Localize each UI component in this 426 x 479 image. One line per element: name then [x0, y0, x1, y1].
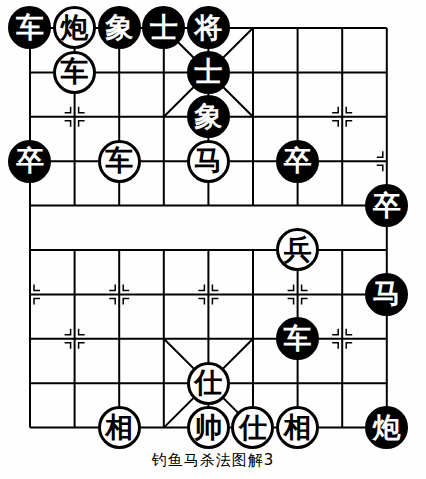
xiangqi-board: 车炮象士将车士象卒车马卒卒兵马车仕相帅仕相炮 钓鱼马杀法图解3 — [0, 0, 426, 479]
piece-white-elephant[interactable]: 相 — [98, 406, 141, 449]
piece-white-cannon[interactable]: 炮 — [53, 6, 96, 49]
piece-white-chariot[interactable]: 车 — [98, 140, 141, 183]
piece-black-horse[interactable]: 马 — [365, 273, 408, 316]
piece-black-general[interactable]: 将 — [187, 6, 230, 49]
piece-white-soldier[interactable]: 兵 — [276, 228, 319, 271]
piece-black-soldier[interactable]: 卒 — [365, 184, 408, 227]
piece-white-chariot[interactable]: 车 — [53, 51, 96, 94]
piece-black-advisor[interactable]: 士 — [142, 6, 185, 49]
piece-black-soldier[interactable]: 卒 — [276, 140, 319, 183]
piece-black-elephant[interactable]: 象 — [98, 6, 141, 49]
piece-black-soldier[interactable]: 卒 — [8, 140, 51, 183]
piece-white-general[interactable]: 帅 — [187, 406, 230, 449]
piece-white-horse[interactable]: 马 — [187, 140, 230, 183]
piece-black-elephant[interactable]: 象 — [187, 95, 230, 138]
piece-black-chariot[interactable]: 车 — [8, 6, 51, 49]
piece-layer: 车炮象士将车士象卒车马卒卒兵马车仕相帅仕相炮 — [8, 6, 409, 450]
board-caption: 钓鱼马杀法图解3 — [0, 451, 426, 470]
piece-white-elephant[interactable]: 相 — [276, 406, 319, 449]
piece-black-cannon[interactable]: 炮 — [365, 406, 408, 449]
piece-white-advisor[interactable]: 仕 — [231, 406, 274, 449]
piece-black-chariot[interactable]: 车 — [276, 317, 319, 360]
piece-black-advisor[interactable]: 士 — [187, 51, 230, 94]
piece-white-advisor[interactable]: 仕 — [187, 362, 230, 405]
